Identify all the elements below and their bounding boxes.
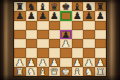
square-d2[interactable]: ♟ bbox=[49, 58, 61, 67]
black-knight: ♞ bbox=[84, 2, 93, 11]
square-d1[interactable]: ♛ bbox=[49, 67, 61, 76]
white-bishop: ♝ bbox=[73, 66, 82, 75]
square-b1[interactable]: ♞ bbox=[26, 67, 38, 76]
square-g1[interactable]: ♞ bbox=[83, 67, 95, 76]
white-king: ♚ bbox=[61, 66, 70, 75]
square-f2[interactable]: ♟ bbox=[72, 58, 84, 67]
black-king: ♚ bbox=[61, 2, 70, 11]
square-c7[interactable]: ♟ bbox=[37, 11, 49, 20]
square-f4[interactable] bbox=[72, 39, 84, 48]
white-pawn: ♟ bbox=[27, 57, 36, 66]
square-h5[interactable] bbox=[95, 30, 107, 39]
square-a4[interactable] bbox=[14, 39, 26, 48]
square-e8[interactable]: ♚ bbox=[60, 2, 72, 11]
square-g3[interactable] bbox=[83, 48, 95, 57]
square-e5[interactable]: ♟ bbox=[60, 30, 72, 39]
black-pawn: ♟ bbox=[73, 11, 82, 20]
square-h6[interactable] bbox=[95, 21, 107, 30]
square-a1[interactable]: ♜ bbox=[14, 67, 26, 76]
square-a7[interactable]: ♟ bbox=[14, 11, 26, 20]
chess-app-window: ♜♞♝♛♚♝♞♜♟♟♟♟♟♟♟♟♟♟♟♟♟♟♟♟♜♞♝♛♚♝♞♜ bbox=[0, 0, 120, 80]
square-d4[interactable] bbox=[49, 39, 61, 48]
square-c8[interactable]: ♝ bbox=[37, 2, 49, 11]
square-d3[interactable] bbox=[49, 48, 61, 57]
square-c1[interactable]: ♝ bbox=[37, 67, 49, 76]
white-pawn: ♟ bbox=[96, 57, 105, 66]
square-a2[interactable]: ♟ bbox=[14, 58, 26, 67]
black-rook: ♜ bbox=[15, 2, 24, 11]
chess-board: ♜♞♝♛♚♝♞♜♟♟♟♟♟♟♟♟♟♟♟♟♟♟♟♟♜♞♝♛♚♝♞♜ bbox=[14, 2, 106, 76]
square-f3[interactable] bbox=[72, 48, 84, 57]
white-pawn: ♟ bbox=[50, 57, 59, 66]
square-d8[interactable]: ♛ bbox=[49, 2, 61, 11]
square-f7[interactable]: ♟ bbox=[72, 11, 84, 20]
square-b5[interactable] bbox=[26, 30, 38, 39]
black-rook: ♜ bbox=[96, 2, 105, 11]
white-pawn: ♟ bbox=[15, 57, 24, 66]
square-g8[interactable]: ♞ bbox=[83, 2, 95, 11]
square-e7[interactable] bbox=[60, 11, 72, 20]
white-pawn: ♟ bbox=[73, 57, 82, 66]
white-knight: ♞ bbox=[27, 66, 36, 75]
square-f6[interactable] bbox=[72, 21, 84, 30]
square-h2[interactable]: ♟ bbox=[95, 58, 107, 67]
white-rook: ♜ bbox=[15, 66, 24, 75]
square-c6[interactable] bbox=[37, 21, 49, 30]
square-g6[interactable] bbox=[83, 21, 95, 30]
black-pawn: ♟ bbox=[50, 11, 59, 20]
square-b3[interactable] bbox=[26, 48, 38, 57]
square-d5[interactable] bbox=[49, 30, 61, 39]
black-bishop: ♝ bbox=[38, 2, 47, 11]
square-d7[interactable]: ♟ bbox=[49, 11, 61, 20]
square-h1[interactable]: ♜ bbox=[95, 67, 107, 76]
square-g5[interactable] bbox=[83, 30, 95, 39]
black-pawn: ♟ bbox=[15, 11, 24, 20]
square-c3[interactable] bbox=[37, 48, 49, 57]
square-f1[interactable]: ♝ bbox=[72, 67, 84, 76]
white-pawn: ♟ bbox=[61, 39, 70, 48]
square-e6[interactable] bbox=[60, 21, 72, 30]
square-b8[interactable]: ♞ bbox=[26, 2, 38, 11]
black-bishop: ♝ bbox=[73, 2, 82, 11]
square-a5[interactable] bbox=[14, 30, 26, 39]
square-h8[interactable]: ♜ bbox=[95, 2, 107, 11]
square-g4[interactable] bbox=[83, 39, 95, 48]
square-g2[interactable]: ♟ bbox=[83, 58, 95, 67]
square-a8[interactable]: ♜ bbox=[14, 2, 26, 11]
black-pawn: ♟ bbox=[27, 11, 36, 20]
white-pawn: ♟ bbox=[38, 57, 47, 66]
white-knight: ♞ bbox=[84, 66, 93, 75]
square-a6[interactable] bbox=[14, 21, 26, 30]
square-h4[interactable] bbox=[95, 39, 107, 48]
square-a3[interactable] bbox=[14, 48, 26, 57]
square-e2[interactable] bbox=[60, 58, 72, 67]
square-f8[interactable]: ♝ bbox=[72, 2, 84, 11]
black-pawn: ♟ bbox=[61, 29, 70, 38]
white-pawn: ♟ bbox=[84, 57, 93, 66]
square-e1[interactable]: ♚ bbox=[60, 67, 72, 76]
white-queen: ♛ bbox=[50, 66, 59, 75]
black-pawn: ♟ bbox=[96, 11, 105, 20]
square-b6[interactable] bbox=[26, 21, 38, 30]
square-e3[interactable] bbox=[60, 48, 72, 57]
square-h3[interactable] bbox=[95, 48, 107, 57]
white-bishop: ♝ bbox=[38, 66, 47, 75]
square-c2[interactable]: ♟ bbox=[37, 58, 49, 67]
square-b2[interactable]: ♟ bbox=[26, 58, 38, 67]
black-knight: ♞ bbox=[27, 2, 36, 11]
black-queen: ♛ bbox=[50, 2, 59, 11]
square-b7[interactable]: ♟ bbox=[26, 11, 38, 20]
square-c5[interactable] bbox=[37, 30, 49, 39]
square-g7[interactable]: ♟ bbox=[83, 11, 95, 20]
square-e4[interactable]: ♟ bbox=[60, 39, 72, 48]
square-b4[interactable] bbox=[26, 39, 38, 48]
square-c4[interactable] bbox=[37, 39, 49, 48]
black-pawn: ♟ bbox=[38, 11, 47, 20]
black-pawn: ♟ bbox=[84, 11, 93, 20]
white-rook: ♜ bbox=[96, 66, 105, 75]
square-f5[interactable] bbox=[72, 30, 84, 39]
square-h7[interactable]: ♟ bbox=[95, 11, 107, 20]
square-d6[interactable] bbox=[49, 21, 61, 30]
